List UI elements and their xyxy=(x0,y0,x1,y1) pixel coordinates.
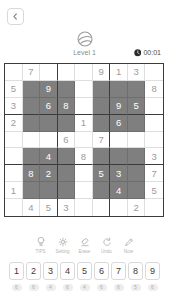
toolbar-erase-button[interactable]: Erase xyxy=(75,236,95,254)
cell-r3c6[interactable] xyxy=(93,98,111,115)
cell-r3c2[interactable] xyxy=(23,98,41,115)
cell-r6c1[interactable] xyxy=(5,148,23,165)
numpad-button-2[interactable]: 2 xyxy=(26,262,41,280)
cell-r8c3[interactable] xyxy=(40,182,58,199)
bulb-icon xyxy=(35,236,47,248)
numpad-count-2: 6 xyxy=(29,284,39,291)
toolbar-undo-label: Undo xyxy=(101,249,112,254)
cell-r8c9[interactable]: 5 xyxy=(145,182,163,199)
numpad-button-4[interactable]: 4 xyxy=(60,262,75,280)
cell-r3c9[interactable] xyxy=(145,98,163,115)
cell-r2c4[interactable] xyxy=(58,81,76,98)
cell-r5c5[interactable] xyxy=(75,132,93,149)
timer-value: 00:01 xyxy=(143,49,161,56)
cell-r7c1[interactable] xyxy=(5,165,23,182)
numpad-col-9: 96 xyxy=(145,262,160,291)
numpad-count-1: 6 xyxy=(12,284,22,291)
numpad-col-2: 26 xyxy=(26,262,41,291)
cell-r6c3[interactable]: 4 xyxy=(40,148,58,165)
cell-r1c8[interactable]: 3 xyxy=(128,64,146,81)
chevron-left-icon xyxy=(11,12,20,21)
toolbar-note-label: Note xyxy=(124,249,134,254)
cell-r6c4[interactable] xyxy=(58,148,76,165)
cell-r3c7[interactable]: 9 xyxy=(110,98,128,115)
sudoku-board: 79135983689521667483825371454532 xyxy=(4,63,164,217)
numpad-button-6[interactable]: 6 xyxy=(94,262,109,280)
cell-r4c8[interactable] xyxy=(128,115,146,132)
cell-r4c1[interactable]: 2 xyxy=(5,115,23,132)
numpad-button-1[interactable]: 1 xyxy=(9,262,24,280)
cell-r7c4[interactable] xyxy=(58,165,76,182)
cell-r8c5[interactable] xyxy=(75,182,93,199)
cell-r7c9[interactable]: 7 xyxy=(145,165,163,182)
cell-r9c7[interactable] xyxy=(110,199,128,216)
cell-r5c2[interactable] xyxy=(23,132,41,149)
cell-r3c3[interactable]: 6 xyxy=(40,98,58,115)
undo-icon xyxy=(101,236,113,248)
cell-r5c3[interactable] xyxy=(40,132,58,149)
globe-icon xyxy=(76,30,94,48)
cell-r2c2[interactable] xyxy=(23,81,41,98)
numpad-col-6: 66 xyxy=(94,262,109,291)
cell-r8c2[interactable] xyxy=(23,182,41,199)
cell-r7c8[interactable] xyxy=(128,165,146,182)
numpad-col-3: 34 xyxy=(43,262,58,291)
cell-r8c6[interactable] xyxy=(93,182,111,199)
back-button[interactable] xyxy=(7,8,24,25)
gear-icon xyxy=(57,236,69,248)
cell-r2c7[interactable] xyxy=(110,81,128,98)
cell-r2c3[interactable]: 9 xyxy=(40,81,58,98)
pencil-icon xyxy=(123,236,135,248)
cell-r1c3[interactable] xyxy=(40,64,58,81)
numpad-count-3: 4 xyxy=(46,284,56,291)
numpad-button-7[interactable]: 7 xyxy=(111,262,126,280)
cell-r5c6[interactable]: 7 xyxy=(93,132,111,149)
cell-r2c1[interactable]: 5 xyxy=(5,81,23,98)
cell-r3c5[interactable] xyxy=(75,98,93,115)
cell-r1c7[interactable]: 1 xyxy=(110,64,128,81)
cell-r9c2[interactable]: 4 xyxy=(23,199,41,216)
cell-r5c1[interactable] xyxy=(5,132,23,149)
cell-r9c4[interactable]: 3 xyxy=(58,199,76,216)
cell-r2c5[interactable] xyxy=(75,81,93,98)
toolbar: TIPSSettingEraseUndoNote xyxy=(0,236,169,254)
cell-r9c3[interactable]: 5 xyxy=(40,199,58,216)
cell-r9c1[interactable] xyxy=(5,199,23,216)
cell-r6c9[interactable]: 3 xyxy=(145,148,163,165)
numpad-count-4: 6 xyxy=(63,284,73,291)
numpad-count-8: 5 xyxy=(131,284,141,291)
cell-r5c9[interactable] xyxy=(145,132,163,149)
timer: 00:01 xyxy=(134,49,161,57)
cell-r5c7[interactable] xyxy=(110,132,128,149)
cell-r4c3[interactable] xyxy=(40,115,58,132)
cell-r5c4[interactable]: 6 xyxy=(58,132,76,149)
cell-r2c9[interactable]: 8 xyxy=(145,81,163,98)
toolbar-setting-label: Setting xyxy=(55,249,69,254)
cell-r6c2[interactable] xyxy=(23,148,41,165)
toolbar-tips-label: TIPS xyxy=(35,249,45,254)
toolbar-note-button[interactable]: Note xyxy=(119,236,139,254)
cell-r6c5[interactable]: 8 xyxy=(75,148,93,165)
cell-r7c5[interactable] xyxy=(75,165,93,182)
cell-r9c6[interactable] xyxy=(93,199,111,216)
numpad-col-4: 46 xyxy=(60,262,75,291)
numpad-count-6: 6 xyxy=(97,284,107,291)
cell-r8c8[interactable] xyxy=(128,182,146,199)
toolbar-setting-button[interactable]: Setting xyxy=(53,236,73,254)
cell-r2c6[interactable] xyxy=(93,81,111,98)
numpad-button-8[interactable]: 8 xyxy=(128,262,143,280)
numpad-count-7: 6 xyxy=(114,284,124,291)
cell-r7c7[interactable]: 3 xyxy=(110,165,128,182)
cell-r7c3[interactable]: 2 xyxy=(40,165,58,182)
cell-r1c1[interactable] xyxy=(5,64,23,81)
numpad-button-5[interactable]: 5 xyxy=(77,262,92,280)
numpad-count-5: 4 xyxy=(80,284,90,291)
sudoku-app-screen: Level 1 00:01 79135983689521667483825371… xyxy=(0,0,169,300)
numpad-button-3[interactable]: 3 xyxy=(43,262,58,280)
numpad-col-8: 85 xyxy=(128,262,143,291)
cell-r4c9[interactable] xyxy=(145,115,163,132)
numpad: 162634465466768596 xyxy=(0,262,169,291)
toolbar-erase-label: Erase xyxy=(79,249,91,254)
cell-r1c9[interactable] xyxy=(145,64,163,81)
cell-r1c6[interactable]: 9 xyxy=(93,64,111,81)
numpad-col-5: 54 xyxy=(77,262,92,291)
numpad-count-9: 6 xyxy=(148,284,158,291)
cell-r6c8[interactable] xyxy=(128,148,146,165)
cell-r2c8[interactable] xyxy=(128,81,146,98)
toolbar-tips-button[interactable]: TIPS xyxy=(31,236,51,254)
cell-r3c1[interactable]: 3 xyxy=(5,98,23,115)
cell-r7c2[interactable]: 8 xyxy=(23,165,41,182)
cell-r9c8[interactable]: 2 xyxy=(128,199,146,216)
cell-r4c7[interactable]: 6 xyxy=(110,115,128,132)
cell-r7c6[interactable]: 5 xyxy=(93,165,111,182)
cell-r4c4[interactable] xyxy=(58,115,76,132)
cell-r5c8[interactable] xyxy=(128,132,146,149)
cell-r9c5[interactable] xyxy=(75,199,93,216)
toolbar-undo-button[interactable]: Undo xyxy=(97,236,117,254)
cell-r6c7[interactable] xyxy=(110,148,128,165)
numpad-col-7: 76 xyxy=(111,262,126,291)
clock-icon xyxy=(134,49,142,57)
cell-r3c4[interactable]: 8 xyxy=(58,98,76,115)
cell-r9c9[interactable] xyxy=(145,199,163,216)
cell-r1c5[interactable] xyxy=(75,64,93,81)
cell-r8c4[interactable] xyxy=(58,182,76,199)
cell-r3c8[interactable]: 5 xyxy=(128,98,146,115)
cell-r6c6[interactable] xyxy=(93,148,111,165)
cell-r4c6[interactable] xyxy=(93,115,111,132)
cell-r1c4[interactable] xyxy=(58,64,76,81)
eraser-icon xyxy=(79,236,91,248)
cell-r8c7[interactable]: 4 xyxy=(110,182,128,199)
numpad-button-9[interactable]: 9 xyxy=(145,262,160,280)
cell-r4c5[interactable]: 1 xyxy=(75,115,93,132)
cell-r1c2[interactable]: 7 xyxy=(23,64,41,81)
numpad-col-1: 16 xyxy=(9,262,24,291)
cell-r4c2[interactable] xyxy=(23,115,41,132)
cell-r8c1[interactable]: 1 xyxy=(5,182,23,199)
